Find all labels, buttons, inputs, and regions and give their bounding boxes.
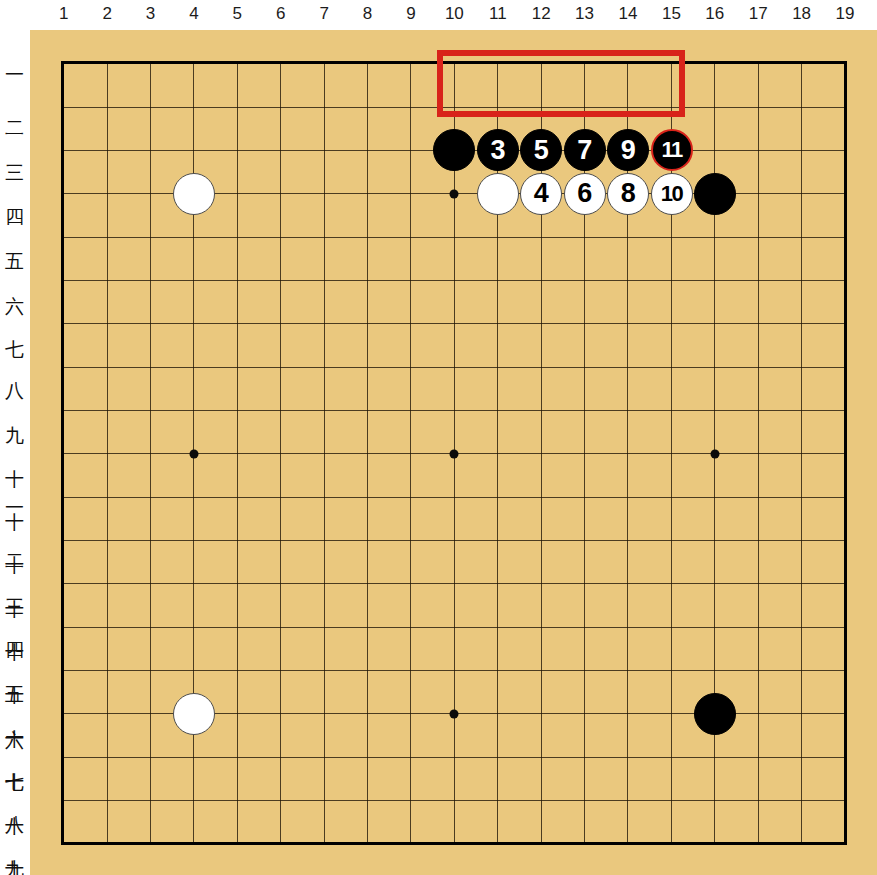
intersection-7-7[interactable] bbox=[302, 302, 345, 345]
intersection-19-3[interactable] bbox=[823, 129, 866, 172]
intersection-12-16[interactable] bbox=[519, 692, 562, 735]
intersection-5-19[interactable] bbox=[216, 822, 259, 865]
intersection-4-2[interactable] bbox=[172, 85, 215, 128]
intersection-11-12[interactable] bbox=[476, 519, 519, 562]
intersection-5-9[interactable] bbox=[216, 389, 259, 432]
intersection-6-9[interactable] bbox=[259, 389, 302, 432]
intersection-17-2[interactable] bbox=[737, 85, 780, 128]
intersection-14-7[interactable] bbox=[606, 302, 649, 345]
intersection-18-18[interactable] bbox=[780, 779, 823, 822]
intersection-18-2[interactable] bbox=[780, 85, 823, 128]
intersection-8-14[interactable] bbox=[346, 605, 389, 648]
intersection-11-18[interactable] bbox=[476, 779, 519, 822]
intersection-14-18[interactable] bbox=[606, 779, 649, 822]
intersection-5-6[interactable] bbox=[216, 259, 259, 302]
intersection-15-17[interactable] bbox=[650, 736, 693, 779]
intersection-18-3[interactable] bbox=[780, 129, 823, 172]
intersection-9-17[interactable] bbox=[389, 736, 432, 779]
intersection-6-12[interactable] bbox=[259, 519, 302, 562]
intersection-11-9[interactable] bbox=[476, 389, 519, 432]
intersection-12-10[interactable] bbox=[519, 432, 562, 475]
intersection-2-6[interactable] bbox=[85, 259, 128, 302]
stone-white-move-10[interactable]: 10 bbox=[651, 173, 693, 215]
intersection-19-2[interactable] bbox=[823, 85, 866, 128]
intersection-17-16[interactable] bbox=[737, 692, 780, 735]
intersection-13-19[interactable] bbox=[563, 822, 606, 865]
intersection-15-13[interactable] bbox=[650, 562, 693, 605]
intersection-1-12[interactable] bbox=[42, 519, 85, 562]
intersection-3-13[interactable] bbox=[129, 562, 172, 605]
intersection-16-15[interactable] bbox=[693, 649, 736, 692]
intersection-19-15[interactable] bbox=[823, 649, 866, 692]
intersection-13-13[interactable] bbox=[563, 562, 606, 605]
intersection-2-13[interactable] bbox=[85, 562, 128, 605]
intersection-1-17[interactable] bbox=[42, 736, 85, 779]
intersection-18-19[interactable] bbox=[780, 822, 823, 865]
intersection-15-19[interactable] bbox=[650, 822, 693, 865]
intersection-13-16[interactable] bbox=[563, 692, 606, 735]
intersection-8-6[interactable] bbox=[346, 259, 389, 302]
intersection-7-3[interactable] bbox=[302, 129, 345, 172]
intersection-8-7[interactable] bbox=[346, 302, 389, 345]
intersection-4-14[interactable] bbox=[172, 605, 215, 648]
intersection-7-4[interactable] bbox=[302, 172, 345, 215]
intersection-12-2[interactable] bbox=[519, 85, 562, 128]
intersection-1-19[interactable] bbox=[42, 822, 85, 865]
intersection-3-16[interactable] bbox=[129, 692, 172, 735]
stone-black-move-5[interactable]: 5 bbox=[520, 129, 562, 171]
intersection-12-19[interactable] bbox=[519, 822, 562, 865]
intersection-11-10[interactable] bbox=[476, 432, 519, 475]
intersection-11-6[interactable] bbox=[476, 259, 519, 302]
intersection-17-10[interactable] bbox=[737, 432, 780, 475]
intersection-9-19[interactable] bbox=[389, 822, 432, 865]
intersection-14-11[interactable] bbox=[606, 475, 649, 518]
intersection-18-9[interactable] bbox=[780, 389, 823, 432]
intersection-17-18[interactable] bbox=[737, 779, 780, 822]
intersection-6-6[interactable] bbox=[259, 259, 302, 302]
intersection-1-1[interactable] bbox=[42, 42, 85, 85]
intersection-10-19[interactable] bbox=[433, 822, 476, 865]
intersection-4-6[interactable] bbox=[172, 259, 215, 302]
intersection-9-5[interactable] bbox=[389, 215, 432, 258]
intersection-17-1[interactable] bbox=[737, 42, 780, 85]
intersection-7-5[interactable] bbox=[302, 215, 345, 258]
intersection-11-17[interactable] bbox=[476, 736, 519, 779]
intersection-6-3[interactable] bbox=[259, 129, 302, 172]
intersection-9-8[interactable] bbox=[389, 345, 432, 388]
intersection-11-15[interactable] bbox=[476, 649, 519, 692]
intersection-5-11[interactable] bbox=[216, 475, 259, 518]
intersection-2-12[interactable] bbox=[85, 519, 128, 562]
intersection-16-11[interactable] bbox=[693, 475, 736, 518]
intersection-4-7[interactable] bbox=[172, 302, 215, 345]
intersection-7-13[interactable] bbox=[302, 562, 345, 605]
intersection-8-9[interactable] bbox=[346, 389, 389, 432]
intersection-18-7[interactable] bbox=[780, 302, 823, 345]
intersection-5-5[interactable] bbox=[216, 215, 259, 258]
intersection-13-8[interactable] bbox=[563, 345, 606, 388]
intersection-13-1[interactable] bbox=[563, 42, 606, 85]
intersection-6-11[interactable] bbox=[259, 475, 302, 518]
intersection-10-13[interactable] bbox=[433, 562, 476, 605]
intersection-13-2[interactable] bbox=[563, 85, 606, 128]
intersection-16-13[interactable] bbox=[693, 562, 736, 605]
intersection-10-7[interactable] bbox=[433, 302, 476, 345]
intersection-9-1[interactable] bbox=[389, 42, 432, 85]
intersection-19-12[interactable] bbox=[823, 519, 866, 562]
intersection-3-4[interactable] bbox=[129, 172, 172, 215]
intersection-8-2[interactable] bbox=[346, 85, 389, 128]
intersection-12-14[interactable] bbox=[519, 605, 562, 648]
intersection-19-19[interactable] bbox=[823, 822, 866, 865]
intersection-2-14[interactable] bbox=[85, 605, 128, 648]
intersection-7-18[interactable] bbox=[302, 779, 345, 822]
intersection-8-11[interactable] bbox=[346, 475, 389, 518]
intersection-16-14[interactable] bbox=[693, 605, 736, 648]
intersection-9-11[interactable] bbox=[389, 475, 432, 518]
intersection-14-6[interactable] bbox=[606, 259, 649, 302]
intersection-11-16[interactable] bbox=[476, 692, 519, 735]
intersection-19-8[interactable] bbox=[823, 345, 866, 388]
intersection-9-10[interactable] bbox=[389, 432, 432, 475]
intersection-14-12[interactable] bbox=[606, 519, 649, 562]
intersection-2-4[interactable] bbox=[85, 172, 128, 215]
intersection-18-17[interactable] bbox=[780, 736, 823, 779]
intersection-9-15[interactable] bbox=[389, 649, 432, 692]
intersection-8-15[interactable] bbox=[346, 649, 389, 692]
intersection-18-8[interactable] bbox=[780, 345, 823, 388]
intersection-18-11[interactable] bbox=[780, 475, 823, 518]
intersection-3-12[interactable] bbox=[129, 519, 172, 562]
intersection-8-16[interactable] bbox=[346, 692, 389, 735]
intersection-14-5[interactable] bbox=[606, 215, 649, 258]
intersection-14-1[interactable] bbox=[606, 42, 649, 85]
intersection-8-1[interactable] bbox=[346, 42, 389, 85]
intersection-19-14[interactable] bbox=[823, 605, 866, 648]
intersection-6-16[interactable] bbox=[259, 692, 302, 735]
intersection-18-15[interactable] bbox=[780, 649, 823, 692]
intersection-6-15[interactable] bbox=[259, 649, 302, 692]
intersection-18-4[interactable] bbox=[780, 172, 823, 215]
intersection-10-15[interactable] bbox=[433, 649, 476, 692]
intersection-17-8[interactable] bbox=[737, 345, 780, 388]
intersection-15-11[interactable] bbox=[650, 475, 693, 518]
intersection-13-10[interactable] bbox=[563, 432, 606, 475]
intersection-19-10[interactable] bbox=[823, 432, 866, 475]
intersection-4-12[interactable] bbox=[172, 519, 215, 562]
intersection-8-12[interactable] bbox=[346, 519, 389, 562]
intersection-10-18[interactable] bbox=[433, 779, 476, 822]
intersection-16-18[interactable] bbox=[693, 779, 736, 822]
intersection-5-12[interactable] bbox=[216, 519, 259, 562]
intersection-12-9[interactable] bbox=[519, 389, 562, 432]
intersection-2-2[interactable] bbox=[85, 85, 128, 128]
intersection-6-19[interactable] bbox=[259, 822, 302, 865]
intersection-6-1[interactable] bbox=[259, 42, 302, 85]
intersection-15-1[interactable] bbox=[650, 42, 693, 85]
intersection-6-8[interactable] bbox=[259, 345, 302, 388]
intersection-7-1[interactable] bbox=[302, 42, 345, 85]
stone-white-move-8[interactable]: 8 bbox=[607, 173, 649, 215]
intersection-18-5[interactable] bbox=[780, 215, 823, 258]
intersection-3-10[interactable] bbox=[129, 432, 172, 475]
intersection-4-13[interactable] bbox=[172, 562, 215, 605]
intersection-7-8[interactable] bbox=[302, 345, 345, 388]
intersection-5-2[interactable] bbox=[216, 85, 259, 128]
stone-white-move-4[interactable]: 4 bbox=[520, 173, 562, 215]
intersection-3-7[interactable] bbox=[129, 302, 172, 345]
intersection-3-17[interactable] bbox=[129, 736, 172, 779]
intersection-14-8[interactable] bbox=[606, 345, 649, 388]
intersection-4-1[interactable] bbox=[172, 42, 215, 85]
intersection-17-4[interactable] bbox=[737, 172, 780, 215]
intersection-7-9[interactable] bbox=[302, 389, 345, 432]
intersection-11-2[interactable] bbox=[476, 85, 519, 128]
stone-black-move-11[interactable]: 11 bbox=[651, 129, 693, 171]
intersection-2-5[interactable] bbox=[85, 215, 128, 258]
intersection-1-14[interactable] bbox=[42, 605, 85, 648]
intersection-3-1[interactable] bbox=[129, 42, 172, 85]
intersection-2-11[interactable] bbox=[85, 475, 128, 518]
intersection-3-9[interactable] bbox=[129, 389, 172, 432]
intersection-6-14[interactable] bbox=[259, 605, 302, 648]
intersection-16-1[interactable] bbox=[693, 42, 736, 85]
intersection-7-10[interactable] bbox=[302, 432, 345, 475]
intersection-5-8[interactable] bbox=[216, 345, 259, 388]
intersection-1-2[interactable] bbox=[42, 85, 85, 128]
intersection-8-8[interactable] bbox=[346, 345, 389, 388]
intersection-11-5[interactable] bbox=[476, 215, 519, 258]
intersection-1-16[interactable] bbox=[42, 692, 85, 735]
intersection-9-2[interactable] bbox=[389, 85, 432, 128]
intersection-17-7[interactable] bbox=[737, 302, 780, 345]
intersection-8-19[interactable] bbox=[346, 822, 389, 865]
intersection-7-17[interactable] bbox=[302, 736, 345, 779]
intersection-13-12[interactable] bbox=[563, 519, 606, 562]
intersection-17-9[interactable] bbox=[737, 389, 780, 432]
intersection-2-7[interactable] bbox=[85, 302, 128, 345]
intersection-18-1[interactable] bbox=[780, 42, 823, 85]
intersection-18-6[interactable] bbox=[780, 259, 823, 302]
stone-white[interactable] bbox=[173, 693, 215, 735]
intersection-2-17[interactable] bbox=[85, 736, 128, 779]
intersection-2-8[interactable] bbox=[85, 345, 128, 388]
intersection-7-14[interactable] bbox=[302, 605, 345, 648]
intersection-8-3[interactable] bbox=[346, 129, 389, 172]
intersection-11-8[interactable] bbox=[476, 345, 519, 388]
intersection-1-9[interactable] bbox=[42, 389, 85, 432]
intersection-9-13[interactable] bbox=[389, 562, 432, 605]
intersection-2-16[interactable] bbox=[85, 692, 128, 735]
intersection-18-12[interactable] bbox=[780, 519, 823, 562]
intersection-6-18[interactable] bbox=[259, 779, 302, 822]
intersection-15-8[interactable] bbox=[650, 345, 693, 388]
intersection-15-15[interactable] bbox=[650, 649, 693, 692]
intersection-9-7[interactable] bbox=[389, 302, 432, 345]
intersection-7-16[interactable] bbox=[302, 692, 345, 735]
intersection-19-17[interactable] bbox=[823, 736, 866, 779]
intersection-14-15[interactable] bbox=[606, 649, 649, 692]
intersection-15-18[interactable] bbox=[650, 779, 693, 822]
stone-black-move-3[interactable]: 3 bbox=[477, 129, 519, 171]
intersection-4-9[interactable] bbox=[172, 389, 215, 432]
intersection-12-13[interactable] bbox=[519, 562, 562, 605]
intersection-8-4[interactable] bbox=[346, 172, 389, 215]
stone-black-move-7[interactable]: 7 bbox=[564, 129, 606, 171]
intersection-7-6[interactable] bbox=[302, 259, 345, 302]
intersection-10-2[interactable] bbox=[433, 85, 476, 128]
intersection-1-6[interactable] bbox=[42, 259, 85, 302]
intersection-15-7[interactable] bbox=[650, 302, 693, 345]
intersection-10-6[interactable] bbox=[433, 259, 476, 302]
intersection-1-15[interactable] bbox=[42, 649, 85, 692]
intersection-10-9[interactable] bbox=[433, 389, 476, 432]
intersection-6-10[interactable] bbox=[259, 432, 302, 475]
intersection-14-10[interactable] bbox=[606, 432, 649, 475]
intersection-10-14[interactable] bbox=[433, 605, 476, 648]
intersection-14-13[interactable] bbox=[606, 562, 649, 605]
intersection-13-11[interactable] bbox=[563, 475, 606, 518]
stone-black[interactable] bbox=[694, 173, 736, 215]
stone-white[interactable] bbox=[173, 173, 215, 215]
intersection-5-10[interactable] bbox=[216, 432, 259, 475]
intersection-10-17[interactable] bbox=[433, 736, 476, 779]
intersection-6-4[interactable] bbox=[259, 172, 302, 215]
intersection-9-4[interactable] bbox=[389, 172, 432, 215]
intersection-17-11[interactable] bbox=[737, 475, 780, 518]
intersection-5-18[interactable] bbox=[216, 779, 259, 822]
intersection-11-13[interactable] bbox=[476, 562, 519, 605]
intersection-16-6[interactable] bbox=[693, 259, 736, 302]
intersection-12-5[interactable] bbox=[519, 215, 562, 258]
intersection-3-5[interactable] bbox=[129, 215, 172, 258]
intersection-14-9[interactable] bbox=[606, 389, 649, 432]
intersection-9-6[interactable] bbox=[389, 259, 432, 302]
intersection-6-7[interactable] bbox=[259, 302, 302, 345]
intersection-17-17[interactable] bbox=[737, 736, 780, 779]
intersection-16-7[interactable] bbox=[693, 302, 736, 345]
intersection-15-14[interactable] bbox=[650, 605, 693, 648]
stone-black[interactable] bbox=[694, 693, 736, 735]
intersection-14-17[interactable] bbox=[606, 736, 649, 779]
intersection-11-1[interactable] bbox=[476, 42, 519, 85]
intersection-11-11[interactable] bbox=[476, 475, 519, 518]
intersection-1-8[interactable] bbox=[42, 345, 85, 388]
intersection-13-18[interactable] bbox=[563, 779, 606, 822]
intersection-7-11[interactable] bbox=[302, 475, 345, 518]
stone-black-move-9[interactable]: 9 bbox=[607, 129, 649, 171]
intersection-3-19[interactable] bbox=[129, 822, 172, 865]
intersection-16-19[interactable] bbox=[693, 822, 736, 865]
intersection-3-15[interactable] bbox=[129, 649, 172, 692]
intersection-2-9[interactable] bbox=[85, 389, 128, 432]
intersection-19-5[interactable] bbox=[823, 215, 866, 258]
intersection-1-7[interactable] bbox=[42, 302, 85, 345]
intersection-15-2[interactable] bbox=[650, 85, 693, 128]
intersection-5-15[interactable] bbox=[216, 649, 259, 692]
intersection-17-19[interactable] bbox=[737, 822, 780, 865]
intersection-4-8[interactable] bbox=[172, 345, 215, 388]
intersection-10-12[interactable] bbox=[433, 519, 476, 562]
intersection-19-7[interactable] bbox=[823, 302, 866, 345]
stone-white[interactable] bbox=[477, 173, 519, 215]
intersection-17-13[interactable] bbox=[737, 562, 780, 605]
intersection-18-16[interactable] bbox=[780, 692, 823, 735]
intersection-14-19[interactable] bbox=[606, 822, 649, 865]
intersection-13-6[interactable] bbox=[563, 259, 606, 302]
intersection-10-8[interactable] bbox=[433, 345, 476, 388]
intersection-19-9[interactable] bbox=[823, 389, 866, 432]
intersection-7-12[interactable] bbox=[302, 519, 345, 562]
intersection-2-10[interactable] bbox=[85, 432, 128, 475]
intersection-5-16[interactable] bbox=[216, 692, 259, 735]
intersection-10-5[interactable] bbox=[433, 215, 476, 258]
intersection-2-18[interactable] bbox=[85, 779, 128, 822]
intersection-16-8[interactable] bbox=[693, 345, 736, 388]
intersection-19-11[interactable] bbox=[823, 475, 866, 518]
intersection-9-16[interactable] bbox=[389, 692, 432, 735]
intersection-5-7[interactable] bbox=[216, 302, 259, 345]
intersection-19-4[interactable] bbox=[823, 172, 866, 215]
intersection-9-3[interactable] bbox=[389, 129, 432, 172]
intersection-4-15[interactable] bbox=[172, 649, 215, 692]
intersection-5-4[interactable] bbox=[216, 172, 259, 215]
intersection-2-15[interactable] bbox=[85, 649, 128, 692]
intersection-16-5[interactable] bbox=[693, 215, 736, 258]
intersection-19-1[interactable] bbox=[823, 42, 866, 85]
intersection-3-14[interactable] bbox=[129, 605, 172, 648]
intersection-13-14[interactable] bbox=[563, 605, 606, 648]
intersection-18-10[interactable] bbox=[780, 432, 823, 475]
intersection-8-13[interactable] bbox=[346, 562, 389, 605]
intersection-15-9[interactable] bbox=[650, 389, 693, 432]
stone-white-move-6[interactable]: 6 bbox=[564, 173, 606, 215]
intersection-14-16[interactable] bbox=[606, 692, 649, 735]
intersection-5-17[interactable] bbox=[216, 736, 259, 779]
intersection-2-19[interactable] bbox=[85, 822, 128, 865]
intersection-16-12[interactable] bbox=[693, 519, 736, 562]
intersection-12-12[interactable] bbox=[519, 519, 562, 562]
intersection-13-17[interactable] bbox=[563, 736, 606, 779]
intersection-8-10[interactable] bbox=[346, 432, 389, 475]
intersection-1-5[interactable] bbox=[42, 215, 85, 258]
intersection-15-12[interactable] bbox=[650, 519, 693, 562]
intersection-14-2[interactable] bbox=[606, 85, 649, 128]
intersection-19-13[interactable] bbox=[823, 562, 866, 605]
intersection-7-2[interactable] bbox=[302, 85, 345, 128]
intersection-5-13[interactable] bbox=[216, 562, 259, 605]
intersection-6-5[interactable] bbox=[259, 215, 302, 258]
intersection-3-2[interactable] bbox=[129, 85, 172, 128]
intersection-5-14[interactable] bbox=[216, 605, 259, 648]
intersection-4-19[interactable] bbox=[172, 822, 215, 865]
intersection-5-3[interactable] bbox=[216, 129, 259, 172]
intersection-1-13[interactable] bbox=[42, 562, 85, 605]
intersection-12-17[interactable] bbox=[519, 736, 562, 779]
intersection-4-17[interactable] bbox=[172, 736, 215, 779]
intersection-6-17[interactable] bbox=[259, 736, 302, 779]
intersection-12-11[interactable] bbox=[519, 475, 562, 518]
intersection-1-3[interactable] bbox=[42, 129, 85, 172]
intersection-9-12[interactable] bbox=[389, 519, 432, 562]
intersection-4-5[interactable] bbox=[172, 215, 215, 258]
intersection-3-8[interactable] bbox=[129, 345, 172, 388]
intersection-4-11[interactable] bbox=[172, 475, 215, 518]
intersection-13-5[interactable] bbox=[563, 215, 606, 258]
intersection-12-6[interactable] bbox=[519, 259, 562, 302]
intersection-17-14[interactable] bbox=[737, 605, 780, 648]
